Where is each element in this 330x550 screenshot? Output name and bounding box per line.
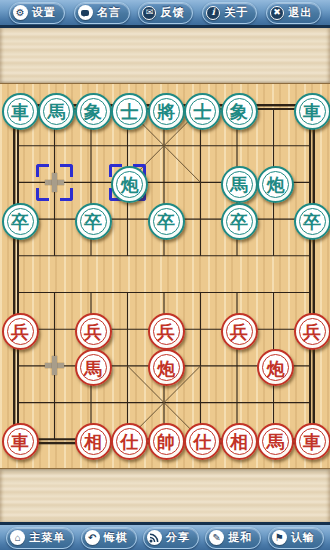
button-label: 认输 bbox=[291, 530, 315, 545]
flag-button[interactable]: ⚑认输 bbox=[268, 527, 324, 549]
last-move-from-marker bbox=[36, 164, 73, 201]
piece-red-advisor[interactable]: 仕 bbox=[184, 423, 221, 460]
piece-black-advisor[interactable]: 士 bbox=[184, 93, 221, 130]
home-icon: ⌂ bbox=[10, 530, 25, 545]
piece-black-soldier[interactable]: 卒 bbox=[148, 203, 185, 240]
envelope-button[interactable]: ✉反馈 bbox=[138, 2, 193, 24]
piece-red-horse[interactable]: 馬 bbox=[257, 423, 294, 460]
info-button[interactable]: i关于 bbox=[202, 2, 257, 24]
piece-black-soldier[interactable]: 卒 bbox=[2, 203, 39, 240]
piece-black-elephant[interactable]: 象 bbox=[221, 93, 258, 130]
piece-black-soldier[interactable]: 卒 bbox=[294, 203, 330, 240]
piece-red-cannon[interactable]: 炮 bbox=[148, 349, 185, 386]
button-label: 提和 bbox=[228, 530, 252, 545]
button-label: 退出 bbox=[288, 5, 312, 20]
button-label: 关于 bbox=[224, 5, 248, 20]
piece-red-elephant[interactable]: 相 bbox=[75, 423, 112, 460]
piece-red-chariot[interactable]: 車 bbox=[2, 423, 39, 460]
gear-icon: ⚙ bbox=[13, 5, 28, 20]
gear-button[interactable]: ⚙设置 bbox=[9, 2, 65, 24]
close-button[interactable]: ✖退出 bbox=[266, 2, 321, 24]
button-label: 反馈 bbox=[160, 5, 184, 20]
home-button[interactable]: ⌂主菜单 bbox=[6, 527, 74, 549]
piece-black-horse[interactable]: 馬 bbox=[221, 166, 258, 203]
button-label: 名言 bbox=[97, 5, 121, 20]
piece-red-soldier[interactable]: 兵 bbox=[2, 313, 39, 350]
piece-red-general[interactable]: 帥 bbox=[148, 423, 185, 460]
pencil-icon: ✎ bbox=[209, 530, 224, 545]
button-label: 设置 bbox=[32, 5, 56, 20]
undo-icon: ↶ bbox=[85, 530, 100, 545]
xiangqi-app: ⚙设置名言✉反馈i关于✖退出 車馬象士將士象車炮馬炮卒卒卒卒卒兵兵兵兵兵馬炮炮車… bbox=[0, 0, 330, 550]
piece-black-soldier[interactable]: 卒 bbox=[221, 203, 258, 240]
speech-bubble-button[interactable]: 名言 bbox=[74, 2, 130, 24]
board-grid bbox=[0, 84, 330, 468]
piece-black-elephant[interactable]: 象 bbox=[75, 93, 112, 130]
speech-bubble-icon bbox=[78, 5, 93, 20]
piece-red-soldier[interactable]: 兵 bbox=[75, 313, 112, 350]
pencil-button[interactable]: ✎提和 bbox=[205, 527, 261, 549]
info-icon: i bbox=[206, 6, 220, 20]
piece-red-elephant[interactable]: 相 bbox=[221, 423, 258, 460]
piece-red-chariot[interactable]: 車 bbox=[294, 423, 330, 460]
button-label: 主菜单 bbox=[29, 530, 65, 545]
flag-icon: ⚑ bbox=[272, 530, 287, 545]
piece-red-horse[interactable]: 馬 bbox=[75, 349, 112, 386]
envelope-icon: ✉ bbox=[142, 6, 156, 20]
piece-black-cannon[interactable]: 炮 bbox=[111, 166, 148, 203]
close-icon: ✖ bbox=[270, 6, 284, 20]
piece-red-soldier[interactable]: 兵 bbox=[221, 313, 258, 350]
button-label: 悔棋 bbox=[104, 530, 128, 545]
top-toolbar: ⚙设置名言✉反馈i关于✖退出 bbox=[0, 0, 330, 28]
undo-button[interactable]: ↶悔棋 bbox=[81, 527, 137, 549]
share-button[interactable]: 分享 bbox=[143, 527, 199, 549]
piece-red-soldier[interactable]: 兵 bbox=[148, 313, 185, 350]
bottom-toolbar: ⌂主菜单↶悔棋分享✎提和⚑认输 bbox=[0, 522, 330, 550]
piece-black-advisor[interactable]: 士 bbox=[111, 93, 148, 130]
button-label: 分享 bbox=[166, 530, 190, 545]
piece-black-general[interactable]: 將 bbox=[148, 93, 185, 130]
piece-black-cannon[interactable]: 炮 bbox=[257, 166, 294, 203]
share-icon bbox=[147, 530, 162, 545]
piece-red-advisor[interactable]: 仕 bbox=[111, 423, 148, 460]
xiangqi-board[interactable]: 車馬象士將士象車炮馬炮卒卒卒卒卒兵兵兵兵兵馬炮炮車相仕帥仕相馬車 bbox=[0, 83, 330, 469]
piece-black-soldier[interactable]: 卒 bbox=[75, 203, 112, 240]
piece-black-horse[interactable]: 馬 bbox=[38, 93, 75, 130]
piece-red-soldier[interactable]: 兵 bbox=[294, 313, 330, 350]
piece-black-chariot[interactable]: 車 bbox=[2, 93, 39, 130]
piece-black-chariot[interactable]: 車 bbox=[294, 93, 330, 130]
